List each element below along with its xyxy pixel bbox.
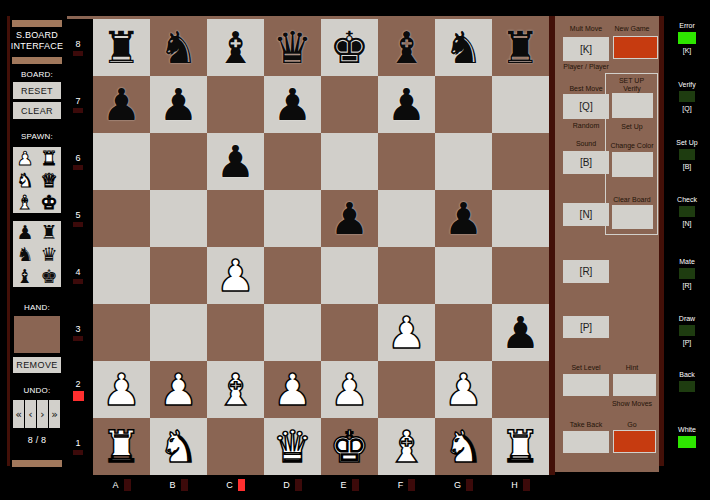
led-key-hint: [B] bbox=[683, 163, 692, 170]
square-g3[interactable] bbox=[435, 304, 492, 361]
led-key-hint: [R] bbox=[683, 282, 692, 289]
led-light bbox=[678, 436, 696, 448]
square-h1[interactable]: ♜ bbox=[492, 418, 549, 475]
square-e4[interactable] bbox=[321, 247, 378, 304]
led-key-hint: [Q] bbox=[682, 105, 691, 112]
piece-black-pawn: ♟ bbox=[444, 190, 483, 247]
file-indicator-h bbox=[523, 479, 530, 491]
go-button[interactable] bbox=[613, 430, 656, 453]
square-g6[interactable] bbox=[435, 133, 492, 190]
file-label-d: D bbox=[264, 476, 321, 494]
file-letter: G bbox=[454, 480, 461, 490]
piece-black-pawn: ♟ bbox=[159, 76, 198, 133]
square-a8[interactable]: ♜ bbox=[93, 19, 150, 76]
sboard-interface-app: S.BOARD INTERFACE BOARD: RESET CLEAR SPA… bbox=[0, 0, 710, 500]
led-label: Set Up bbox=[676, 139, 697, 146]
led-light bbox=[679, 325, 695, 336]
led-mate: Mate[R] bbox=[664, 258, 710, 289]
chess-board: ♜♞♝♛♚♝♞♜♟♟♟♟♟♟♟♟♟♟♟♟♝♟♟♟♜♞♛♚♝♞♜ bbox=[93, 19, 549, 475]
file-letter: F bbox=[398, 480, 404, 490]
rank-label-4: 4 bbox=[68, 247, 88, 304]
file-indicator-d bbox=[295, 479, 302, 491]
spawn-white-knight[interactable]: ♞ bbox=[13, 169, 37, 191]
led-light bbox=[679, 149, 695, 160]
rank-indicator-4 bbox=[73, 279, 83, 284]
spawn-black-king[interactable]: ♚ bbox=[37, 265, 61, 287]
square-d2[interactable]: ♟ bbox=[264, 361, 321, 418]
rank-label-2: 2 bbox=[68, 361, 88, 418]
piece-black-pawn: ♟ bbox=[273, 76, 312, 133]
rank-indicator-6 bbox=[73, 165, 83, 170]
square-a4[interactable] bbox=[93, 247, 150, 304]
sidebar-bottom-bar bbox=[12, 460, 62, 467]
square-h2[interactable] bbox=[492, 361, 549, 418]
file-letter: B bbox=[169, 480, 175, 490]
spawn-white-king[interactable]: ♚ bbox=[37, 191, 61, 213]
square-d1[interactable]: ♛ bbox=[264, 418, 321, 475]
led-label: Mate bbox=[679, 258, 695, 265]
undo-controls: « ‹ › » bbox=[13, 400, 61, 428]
app-title-line2: INTERFACE bbox=[0, 41, 74, 51]
square-e6[interactable] bbox=[321, 133, 378, 190]
square-h5[interactable] bbox=[492, 190, 549, 247]
square-h6[interactable] bbox=[492, 133, 549, 190]
rank-number: 6 bbox=[75, 153, 80, 163]
piece-white-rook: ♜ bbox=[501, 418, 540, 475]
rank-label-3: 3 bbox=[68, 304, 88, 361]
piece-black-bishop: ♝ bbox=[387, 19, 426, 76]
rank-indicator-2 bbox=[73, 391, 84, 401]
led-light bbox=[679, 381, 695, 392]
square-g2[interactable]: ♟ bbox=[435, 361, 492, 418]
led-check: Check[N] bbox=[664, 196, 710, 227]
piece-black-rook: ♜ bbox=[501, 19, 540, 76]
take-back-button[interactable] bbox=[563, 431, 609, 453]
piece-black-pawn: ♟ bbox=[102, 76, 141, 133]
square-d6[interactable] bbox=[264, 133, 321, 190]
rank-label-7: 7 bbox=[68, 76, 88, 133]
go-label: Go bbox=[603, 421, 661, 428]
set-level-button[interactable] bbox=[563, 374, 609, 396]
square-a6[interactable] bbox=[93, 133, 150, 190]
redo-last-button[interactable]: » bbox=[49, 400, 60, 428]
sidebar-divider-bar bbox=[12, 57, 62, 64]
square-h3[interactable]: ♟ bbox=[492, 304, 549, 361]
spawn-white-queen[interactable]: ♛ bbox=[37, 169, 61, 191]
app-title-line1: S.BOARD bbox=[0, 30, 74, 40]
rank-number: 8 bbox=[75, 39, 80, 49]
file-indicator-e bbox=[352, 479, 359, 491]
spawn-black-knight[interactable]: ♞ bbox=[13, 243, 37, 265]
square-f3[interactable]: ♟ bbox=[378, 304, 435, 361]
rank-indicator-1 bbox=[73, 450, 83, 455]
square-a1[interactable]: ♜ bbox=[93, 418, 150, 475]
square-e5[interactable]: ♟ bbox=[321, 190, 378, 247]
led-label: Verify bbox=[678, 81, 696, 88]
square-c1[interactable] bbox=[207, 418, 264, 475]
rank-indicator-3 bbox=[73, 336, 83, 341]
undo-back-button[interactable]: ‹ bbox=[25, 400, 36, 428]
square-b1[interactable]: ♞ bbox=[150, 418, 207, 475]
led-label: Back bbox=[679, 371, 695, 378]
square-c5[interactable] bbox=[207, 190, 264, 247]
square-b8[interactable]: ♞ bbox=[150, 19, 207, 76]
rank-indicator-5 bbox=[73, 222, 83, 227]
square-a5[interactable] bbox=[93, 190, 150, 247]
reset-button[interactable]: RESET bbox=[13, 82, 61, 99]
file-letter: H bbox=[511, 480, 518, 490]
square-c7[interactable] bbox=[207, 76, 264, 133]
led-label: Error bbox=[679, 22, 695, 29]
square-h7[interactable] bbox=[492, 76, 549, 133]
square-d5[interactable] bbox=[264, 190, 321, 247]
rank-indicator-8 bbox=[73, 51, 83, 56]
file-label-c: C bbox=[207, 476, 264, 494]
piece-white-knight: ♞ bbox=[444, 418, 483, 475]
square-c2[interactable]: ♝ bbox=[207, 361, 264, 418]
led-error: Error[K] bbox=[664, 22, 710, 54]
control-panel: Mult Move [K] Player / Player Best Move … bbox=[555, 16, 659, 472]
file-label-b: B bbox=[150, 476, 207, 494]
hint-label: Hint bbox=[603, 364, 661, 371]
square-e8[interactable]: ♚ bbox=[321, 19, 378, 76]
square-f7[interactable]: ♟ bbox=[378, 76, 435, 133]
file-letter: A bbox=[112, 480, 118, 490]
square-a7[interactable]: ♟ bbox=[93, 76, 150, 133]
verify-label: Verify bbox=[603, 85, 661, 92]
piece-white-queen: ♛ bbox=[273, 418, 312, 475]
square-f6[interactable] bbox=[378, 133, 435, 190]
square-d8[interactable]: ♛ bbox=[264, 19, 321, 76]
piece-white-pawn: ♟ bbox=[216, 247, 255, 304]
spawn-white-pawn[interactable]: ♟ bbox=[13, 147, 37, 169]
clear-board-button[interactable] bbox=[612, 205, 653, 229]
square-c8[interactable]: ♝ bbox=[207, 19, 264, 76]
square-d7[interactable]: ♟ bbox=[264, 76, 321, 133]
square-b7[interactable]: ♟ bbox=[150, 76, 207, 133]
file-letter: E bbox=[340, 480, 346, 490]
piece-black-pawn: ♟ bbox=[387, 76, 426, 133]
piece-white-pawn: ♟ bbox=[444, 361, 483, 418]
square-f1[interactable]: ♝ bbox=[378, 418, 435, 475]
remove-button[interactable]: REMOVE bbox=[13, 357, 61, 373]
led-key-hint: [N] bbox=[683, 220, 692, 227]
file-letter: D bbox=[283, 480, 290, 490]
file-indicator-b bbox=[181, 479, 188, 491]
square-f8[interactable]: ♝ bbox=[378, 19, 435, 76]
piece-black-pawn: ♟ bbox=[501, 304, 540, 361]
queen-key-button[interactable]: [Q] bbox=[563, 94, 609, 119]
piece-white-bishop: ♝ bbox=[216, 361, 255, 418]
square-g7[interactable] bbox=[435, 76, 492, 133]
piece-white-king: ♚ bbox=[330, 418, 369, 475]
rank-label-8: 8 bbox=[68, 19, 88, 76]
spawn-section-label: SPAWN: bbox=[0, 132, 74, 141]
led-white: White bbox=[664, 426, 710, 448]
file-label-h: H bbox=[492, 476, 549, 494]
piece-white-knight: ♞ bbox=[159, 418, 198, 475]
file-label-a: A bbox=[93, 476, 150, 494]
undo-first-button[interactable]: « bbox=[13, 400, 24, 428]
square-c6[interactable]: ♟ bbox=[207, 133, 264, 190]
redo-forward-button[interactable]: › bbox=[37, 400, 48, 428]
led-label: Draw bbox=[679, 315, 695, 322]
piece-white-bishop: ♝ bbox=[387, 418, 426, 475]
rank-label-5: 5 bbox=[68, 190, 88, 247]
undo-section-label: UNDO: bbox=[0, 386, 74, 395]
left-maroon-strip bbox=[7, 16, 10, 466]
spawn-white-rook[interactable]: ♜ bbox=[37, 147, 61, 169]
file-indicator-a bbox=[124, 479, 131, 491]
piece-white-pawn: ♟ bbox=[330, 361, 369, 418]
spawn-black-queen[interactable]: ♛ bbox=[37, 243, 61, 265]
square-h8[interactable]: ♜ bbox=[492, 19, 549, 76]
change-color-button[interactable] bbox=[612, 152, 653, 177]
rook-key-button[interactable]: [R] bbox=[563, 260, 609, 283]
piece-white-rook: ♜ bbox=[102, 418, 141, 475]
board-section-label: BOARD: bbox=[0, 70, 74, 79]
bishop-key-button[interactable]: [B] bbox=[563, 151, 609, 174]
square-e1[interactable]: ♚ bbox=[321, 418, 378, 475]
rank-number: 3 bbox=[75, 324, 80, 334]
square-h4[interactable] bbox=[492, 247, 549, 304]
led-key-hint: [P] bbox=[683, 339, 692, 346]
square-b6[interactable] bbox=[150, 133, 207, 190]
undo-counter: 8 / 8 bbox=[0, 435, 74, 445]
piece-white-pawn: ♟ bbox=[159, 361, 198, 418]
square-d3[interactable] bbox=[264, 304, 321, 361]
piece-black-king: ♚ bbox=[330, 19, 369, 76]
square-a2[interactable]: ♟ bbox=[93, 361, 150, 418]
file-indicator-f bbox=[408, 479, 415, 491]
file-label-e: E bbox=[321, 476, 378, 494]
change-color-label: Change Color bbox=[603, 142, 661, 149]
square-b4[interactable] bbox=[150, 247, 207, 304]
clear-button[interactable]: CLEAR bbox=[13, 102, 61, 119]
file-indicator-g bbox=[466, 479, 473, 491]
square-b3[interactable] bbox=[150, 304, 207, 361]
square-d4[interactable] bbox=[264, 247, 321, 304]
square-e7[interactable] bbox=[321, 76, 378, 133]
file-label-f: F bbox=[378, 476, 435, 494]
piece-black-pawn: ♟ bbox=[330, 190, 369, 247]
file-indicator-c bbox=[238, 479, 245, 491]
file-letter: C bbox=[226, 480, 233, 490]
rank-number: 5 bbox=[75, 210, 80, 220]
spawn-grid-black: ♟♜♞♛♝♚ bbox=[13, 221, 61, 287]
spawn-black-bishop[interactable]: ♝ bbox=[13, 265, 37, 287]
piece-white-pawn: ♟ bbox=[102, 361, 141, 418]
clear-board-label: Clear Board bbox=[603, 196, 661, 203]
piece-black-knight: ♞ bbox=[159, 19, 198, 76]
knight-key-button[interactable]: [N] bbox=[563, 203, 609, 226]
square-e3[interactable] bbox=[321, 304, 378, 361]
square-g5[interactable]: ♟ bbox=[435, 190, 492, 247]
new-game-label: New Game bbox=[603, 25, 661, 32]
led-back: Back bbox=[664, 371, 710, 392]
square-e2[interactable]: ♟ bbox=[321, 361, 378, 418]
show-moves-label: Show Moves bbox=[603, 400, 661, 407]
hand-section-label: HAND: bbox=[0, 303, 74, 312]
piece-black-pawn: ♟ bbox=[216, 133, 255, 190]
square-g1[interactable]: ♞ bbox=[435, 418, 492, 475]
square-g4[interactable] bbox=[435, 247, 492, 304]
piece-white-pawn: ♟ bbox=[273, 361, 312, 418]
square-b5[interactable] bbox=[150, 190, 207, 247]
set-up-label: Set Up bbox=[603, 123, 661, 130]
rank-number: 1 bbox=[75, 438, 80, 448]
piece-white-pawn: ♟ bbox=[387, 304, 426, 361]
square-f4[interactable] bbox=[378, 247, 435, 304]
led-set-up: Set Up[B] bbox=[664, 139, 710, 170]
square-c4[interactable]: ♟ bbox=[207, 247, 264, 304]
square-b2[interactable]: ♟ bbox=[150, 361, 207, 418]
rank-label-1: 1 bbox=[68, 418, 88, 475]
rank-indicator-7 bbox=[73, 108, 83, 113]
piece-black-rook: ♜ bbox=[102, 19, 141, 76]
piece-black-knight: ♞ bbox=[444, 19, 483, 76]
rank-label-6: 6 bbox=[68, 133, 88, 190]
hint-button[interactable] bbox=[613, 374, 656, 396]
led-light bbox=[679, 91, 695, 102]
piece-black-bishop: ♝ bbox=[216, 19, 255, 76]
square-c3[interactable] bbox=[207, 304, 264, 361]
hand-slot[interactable] bbox=[14, 316, 60, 353]
square-a3[interactable] bbox=[93, 304, 150, 361]
square-f2[interactable] bbox=[378, 361, 435, 418]
pawn-key-button[interactable]: [P] bbox=[563, 316, 609, 338]
king-key-button[interactable]: [K] bbox=[563, 37, 609, 61]
spawn-black-rook[interactable]: ♜ bbox=[37, 221, 61, 243]
sidebar-top-bar bbox=[12, 20, 62, 27]
rank-number: 4 bbox=[75, 267, 80, 277]
file-label-g: G bbox=[435, 476, 492, 494]
verify-button[interactable] bbox=[612, 93, 653, 118]
square-f5[interactable] bbox=[378, 190, 435, 247]
led-key-hint: [K] bbox=[683, 47, 692, 54]
rank-number: 7 bbox=[75, 96, 80, 106]
spawn-black-pawn[interactable]: ♟ bbox=[13, 221, 37, 243]
led-label: White bbox=[678, 426, 696, 433]
led-verify: Verify[Q] bbox=[664, 81, 710, 112]
led-light bbox=[679, 268, 695, 279]
led-light bbox=[679, 206, 695, 217]
piece-black-queen: ♛ bbox=[273, 19, 312, 76]
led-label: Check bbox=[677, 196, 697, 203]
spawn-grid-white: ♟♜♞♛♝♚ bbox=[13, 147, 61, 213]
spawn-white-bishop[interactable]: ♝ bbox=[13, 191, 37, 213]
square-g8[interactable]: ♞ bbox=[435, 19, 492, 76]
rank-number: 2 bbox=[75, 379, 80, 389]
new-game-button[interactable] bbox=[613, 36, 658, 59]
led-draw: Draw[P] bbox=[664, 315, 710, 346]
led-light bbox=[678, 32, 696, 44]
